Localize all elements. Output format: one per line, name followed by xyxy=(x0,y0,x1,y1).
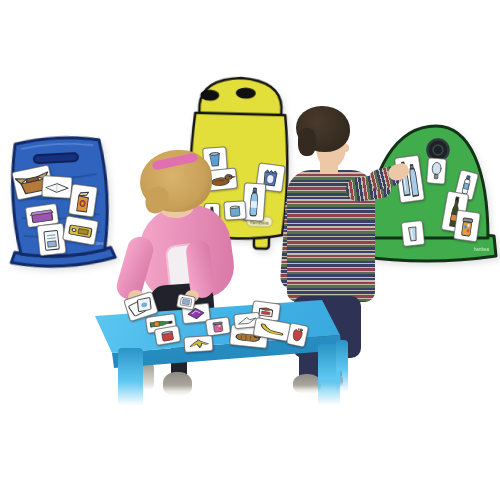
girl-right-hand xyxy=(185,290,199,302)
green-bin-logo: henbea xyxy=(474,247,490,252)
girl-sneaker xyxy=(163,372,192,396)
green-bin-hole xyxy=(428,140,449,161)
table-leg-front-left[interactable] xyxy=(118,348,143,408)
scene: henbea henbea henbea xyxy=(0,0,500,500)
blue-paper-bin[interactable]: henbea xyxy=(0,123,122,273)
yellow-bin-logo: henbea xyxy=(250,219,269,226)
blue-bin-slot xyxy=(34,153,78,163)
boy-nose xyxy=(343,144,349,152)
boy-shoe-left xyxy=(293,374,321,394)
blue-bin-logo: henbea xyxy=(88,241,104,247)
table-leg-back-right[interactable] xyxy=(336,340,348,394)
boy-hair-side xyxy=(298,128,316,156)
girl-left-hand xyxy=(128,290,144,304)
